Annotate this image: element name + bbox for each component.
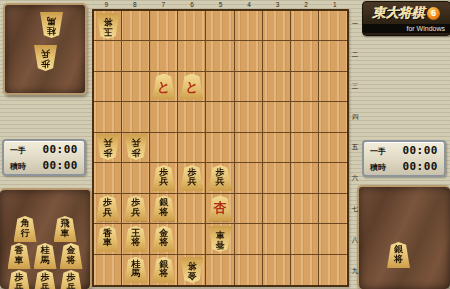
shogi-piece[interactable]: 銀将 bbox=[152, 257, 175, 283]
board-cell[interactable] bbox=[319, 224, 347, 254]
app-logo: 東大将棋 6 for Windows bbox=[362, 1, 450, 36]
board-cell[interactable] bbox=[291, 11, 319, 41]
piece-kanji: 車 bbox=[61, 229, 70, 239]
clock-time-move: 00:00 bbox=[42, 143, 78, 156]
shogi-board: 987654321 一二三四五六七八九 玉将とと歩兵歩兵歩兵歩兵歩兵歩兵歩兵銀将… bbox=[90, 0, 360, 289]
piece-kanji: 兵 bbox=[215, 177, 224, 187]
clock-time-total: 00:00 bbox=[42, 159, 78, 172]
logo-subtitle: for Windows bbox=[363, 24, 450, 33]
file-label: 6 bbox=[178, 0, 207, 9]
piece-kanji: 将 bbox=[159, 208, 168, 218]
piece-kanji: 歩 bbox=[41, 59, 50, 69]
board-cell[interactable] bbox=[178, 41, 206, 71]
shogi-piece[interactable]: 歩兵 bbox=[152, 165, 175, 191]
file-label: 4 bbox=[235, 0, 264, 9]
clock-row: 一手 00:00 bbox=[370, 144, 438, 160]
board-cell[interactable] bbox=[319, 255, 347, 285]
board-cell[interactable] bbox=[150, 11, 178, 41]
rank-labels: 一二三四五六七八九 bbox=[350, 9, 360, 287]
shogi-piece[interactable]: 金将 bbox=[152, 226, 175, 252]
piece-kanji: 杏 bbox=[213, 198, 226, 218]
clock-label-total: 積時 bbox=[370, 162, 386, 173]
logo-version-badge: 6 bbox=[427, 7, 440, 20]
gote-clock: 一手 00:00 積時 00:00 bbox=[2, 139, 86, 176]
piece-kanji: と bbox=[185, 77, 198, 97]
board-cell[interactable] bbox=[263, 224, 291, 254]
board-cell[interactable] bbox=[235, 133, 263, 163]
piece-kanji: 兵 bbox=[41, 49, 50, 59]
shogi-piece[interactable]: 角行 bbox=[14, 216, 37, 242]
file-label: 7 bbox=[149, 0, 178, 9]
board-cell[interactable] bbox=[235, 255, 263, 285]
shogi-piece[interactable]: 金将 bbox=[60, 243, 83, 269]
piece-kanji: 兵 bbox=[41, 283, 50, 289]
board-cell[interactable]: 桂馬 bbox=[122, 255, 150, 285]
board-cell[interactable]: 銀将 bbox=[150, 255, 178, 285]
file-label: 9 bbox=[92, 0, 121, 9]
clock-label-move: 一手 bbox=[370, 146, 386, 157]
logo-title: 東大将棋 bbox=[373, 4, 425, 22]
clock-label-total: 積時 bbox=[10, 161, 26, 172]
file-label: 1 bbox=[320, 0, 349, 9]
board-cell[interactable] bbox=[94, 72, 122, 102]
board-cell[interactable]: 歩兵 bbox=[206, 163, 234, 193]
rank-label: 七 bbox=[350, 205, 360, 214]
board-cell[interactable] bbox=[150, 102, 178, 132]
shogi-piece[interactable]: 歩兵 bbox=[96, 195, 119, 221]
board-cell[interactable]: 杏 bbox=[206, 194, 234, 224]
board-cell[interactable]: 歩兵 bbox=[178, 163, 206, 193]
file-label: 3 bbox=[263, 0, 292, 9]
shogi-piece[interactable]: 香車 bbox=[208, 226, 231, 252]
board-cell[interactable] bbox=[319, 102, 347, 132]
rank-label: 四 bbox=[350, 113, 360, 122]
shogi-piece[interactable]: と bbox=[180, 74, 203, 100]
piece-kanji: 車 bbox=[103, 238, 112, 248]
board-cell[interactable] bbox=[206, 255, 234, 285]
piece-box-row: 香車桂馬金将 bbox=[0, 243, 90, 269]
board-cell[interactable] bbox=[150, 41, 178, 71]
board-cell[interactable]: 玉将 bbox=[94, 11, 122, 41]
board-cell[interactable] bbox=[263, 41, 291, 71]
shogi-piece[interactable]: 桂馬 bbox=[34, 243, 57, 269]
board-cell[interactable] bbox=[319, 194, 347, 224]
board-cell[interactable] bbox=[319, 11, 347, 41]
piece-kanji: 将 bbox=[187, 261, 196, 271]
shogi-piece[interactable]: 王将 bbox=[124, 226, 147, 252]
piece-kanji: 兵 bbox=[131, 208, 140, 218]
board-cell[interactable] bbox=[235, 11, 263, 41]
piece-kanji: 車 bbox=[15, 256, 24, 266]
board-cell[interactable] bbox=[122, 102, 150, 132]
file-label: 8 bbox=[121, 0, 150, 9]
piece-kanji: 車 bbox=[215, 230, 224, 240]
file-label: 5 bbox=[206, 0, 235, 9]
shogi-piece[interactable]: と bbox=[152, 74, 175, 100]
board-cell[interactable] bbox=[319, 72, 347, 102]
game-window: 桂馬歩兵 一手 00:00 積時 00:00 角行飛車香車桂馬金将歩兵歩兵歩兵 … bbox=[0, 0, 450, 289]
board-cell[interactable] bbox=[291, 72, 319, 102]
rank-label: 二 bbox=[350, 51, 360, 60]
shogi-piece[interactable]: 歩兵 bbox=[96, 134, 119, 160]
board-cell[interactable]: 歩兵 bbox=[94, 133, 122, 163]
board-cell[interactable] bbox=[94, 163, 122, 193]
board-cell[interactable] bbox=[235, 194, 263, 224]
board-cell[interactable] bbox=[291, 102, 319, 132]
clock-time-total: 00:00 bbox=[402, 160, 438, 173]
board-cell[interactable]: 歩兵 bbox=[150, 163, 178, 193]
board-cell[interactable] bbox=[291, 255, 319, 285]
board-cell[interactable] bbox=[235, 72, 263, 102]
piece-kanji: 将 bbox=[67, 256, 76, 266]
shogi-piece[interactable]: 歩兵 bbox=[60, 270, 83, 289]
board-cell[interactable] bbox=[206, 41, 234, 71]
board-cell[interactable] bbox=[235, 163, 263, 193]
board-cell[interactable] bbox=[178, 11, 206, 41]
shogi-piece[interactable]: 歩兵 bbox=[34, 270, 57, 289]
board-cell[interactable] bbox=[150, 133, 178, 163]
board-cell[interactable] bbox=[178, 133, 206, 163]
board-cell[interactable] bbox=[291, 133, 319, 163]
board-cell[interactable]: 香車 bbox=[94, 224, 122, 254]
file-label: 2 bbox=[292, 0, 321, 9]
board-cell[interactable] bbox=[263, 194, 291, 224]
board-cell[interactable]: 金将 bbox=[178, 255, 206, 285]
piece-kanji: 兵 bbox=[67, 283, 76, 289]
piece-kanji: 行 bbox=[21, 229, 30, 239]
rank-label: 三 bbox=[350, 82, 360, 91]
clock-label-move: 一手 bbox=[10, 145, 26, 156]
shogi-piece[interactable]: 歩兵 bbox=[34, 45, 57, 71]
board-cell[interactable] bbox=[263, 11, 291, 41]
clock-time-move: 00:00 bbox=[402, 144, 438, 157]
board-cell[interactable] bbox=[291, 41, 319, 71]
board-cell[interactable] bbox=[178, 224, 206, 254]
shogi-piece[interactable]: 歩兵 bbox=[124, 134, 147, 160]
board-cell[interactable] bbox=[206, 133, 234, 163]
file-labels: 987654321 bbox=[92, 0, 349, 9]
board-cell[interactable]: 歩兵 bbox=[122, 194, 150, 224]
piece-kanji: 兵 bbox=[131, 138, 140, 148]
shogi-piece[interactable]: 銀将 bbox=[387, 242, 410, 268]
piece-kanji: 玉 bbox=[103, 26, 112, 36]
board-cell[interactable] bbox=[319, 133, 347, 163]
shogi-piece[interactable]: 歩兵 bbox=[124, 195, 147, 221]
board-cell[interactable] bbox=[263, 72, 291, 102]
board-cell[interactable] bbox=[122, 11, 150, 41]
board-cell[interactable] bbox=[206, 11, 234, 41]
piece-kanji: 金 bbox=[187, 270, 196, 280]
piece-kanji: 兵 bbox=[187, 177, 196, 187]
piece-kanji: 香 bbox=[215, 239, 224, 249]
board-cell[interactable] bbox=[235, 102, 263, 132]
piece-kanji: 馬 bbox=[47, 16, 56, 26]
piece-kanji: と bbox=[157, 77, 170, 97]
shogi-piece[interactable]: 金将 bbox=[180, 257, 203, 283]
board-cell[interactable] bbox=[319, 163, 347, 193]
shogi-piece[interactable]: 歩兵 bbox=[8, 270, 31, 289]
board-cell[interactable] bbox=[178, 102, 206, 132]
piece-kanji: 将 bbox=[131, 238, 140, 248]
board-cell[interactable] bbox=[178, 194, 206, 224]
board-cell[interactable] bbox=[291, 224, 319, 254]
board-cell[interactable]: 歩兵 bbox=[122, 133, 150, 163]
logo-main: 東大将棋 6 bbox=[363, 2, 450, 24]
shogi-piece[interactable]: 玉将 bbox=[96, 13, 119, 39]
shogi-piece[interactable]: 銀将 bbox=[152, 195, 175, 221]
board-cell[interactable] bbox=[94, 102, 122, 132]
piece-kanji: 兵 bbox=[159, 177, 168, 187]
board-cell[interactable] bbox=[206, 72, 234, 102]
board-cell[interactable]: と bbox=[178, 72, 206, 102]
board-cell[interactable] bbox=[122, 72, 150, 102]
piece-kanji: 将 bbox=[103, 17, 112, 27]
clock-row: 積時 00:00 bbox=[370, 160, 438, 176]
board-grid: 玉将とと歩兵歩兵歩兵歩兵歩兵歩兵歩兵銀将杏香車王将金将香車桂馬銀将金将 bbox=[92, 9, 349, 287]
board-cell[interactable]: と bbox=[150, 72, 178, 102]
board-cell[interactable] bbox=[291, 194, 319, 224]
rank-label: 一 bbox=[350, 20, 360, 29]
piece-kanji: 馬 bbox=[131, 269, 140, 279]
piece-kanji: 歩 bbox=[103, 148, 112, 158]
piece-kanji: 将 bbox=[159, 269, 168, 279]
board-cell[interactable] bbox=[319, 41, 347, 71]
komadai-gote: 桂馬歩兵 bbox=[3, 3, 87, 95]
piece-kanji: 将 bbox=[159, 238, 168, 248]
sente-clock: 一手 00:00 積時 00:00 bbox=[362, 140, 446, 177]
shogi-piece[interactable]: 歩兵 bbox=[180, 165, 203, 191]
rank-label: 九 bbox=[350, 267, 360, 276]
piece-kanji: 将 bbox=[394, 255, 403, 265]
shogi-piece[interactable]: 香車 bbox=[96, 226, 119, 252]
shogi-piece[interactable]: 歩兵 bbox=[208, 165, 231, 191]
board-cell[interactable] bbox=[122, 41, 150, 71]
piece-kanji: 馬 bbox=[41, 256, 50, 266]
board-cell[interactable]: 王将 bbox=[122, 224, 150, 254]
board-cell[interactable]: 歩兵 bbox=[94, 194, 122, 224]
piece-kanji: 兵 bbox=[103, 208, 112, 218]
rank-label: 六 bbox=[350, 174, 360, 183]
board-cell[interactable] bbox=[206, 102, 234, 132]
board-cell[interactable]: 金将 bbox=[150, 224, 178, 254]
piece-kanji: 桂 bbox=[47, 26, 56, 36]
board-cell[interactable]: 銀将 bbox=[150, 194, 178, 224]
board-cell[interactable] bbox=[263, 102, 291, 132]
shogi-piece[interactable]: 杏 bbox=[208, 195, 231, 221]
clock-row: 積時 00:00 bbox=[10, 159, 78, 175]
board-cell[interactable] bbox=[263, 255, 291, 285]
komadai-sente: 銀将 bbox=[357, 185, 450, 289]
piece-kanji: 歩 bbox=[131, 148, 140, 158]
board-cell[interactable] bbox=[235, 41, 263, 71]
board-cell[interactable]: 香車 bbox=[206, 224, 234, 254]
piece-box: 角行飛車香車桂馬金将歩兵歩兵歩兵 bbox=[0, 188, 92, 289]
piece-kanji: 兵 bbox=[103, 138, 112, 148]
rank-label: 八 bbox=[350, 236, 360, 245]
board-cell[interactable] bbox=[263, 163, 291, 193]
shogi-piece[interactable]: 桂馬 bbox=[124, 257, 147, 283]
shogi-piece[interactable]: 飛車 bbox=[54, 216, 77, 242]
clock-row: 一手 00:00 bbox=[10, 143, 78, 159]
board-cell[interactable] bbox=[235, 224, 263, 254]
board-cell[interactable] bbox=[122, 163, 150, 193]
rank-label: 五 bbox=[350, 143, 360, 152]
piece-box-row: 角行飛車 bbox=[0, 216, 90, 242]
board-cell[interactable] bbox=[291, 163, 319, 193]
board-cell[interactable] bbox=[94, 41, 122, 71]
shogi-piece[interactable]: 香車 bbox=[8, 243, 31, 269]
piece-box-row: 歩兵歩兵歩兵 bbox=[0, 270, 90, 289]
board-cell[interactable] bbox=[263, 133, 291, 163]
shogi-piece[interactable]: 桂馬 bbox=[40, 12, 63, 38]
piece-kanji: 兵 bbox=[15, 283, 24, 289]
board-cell[interactable] bbox=[94, 255, 122, 285]
